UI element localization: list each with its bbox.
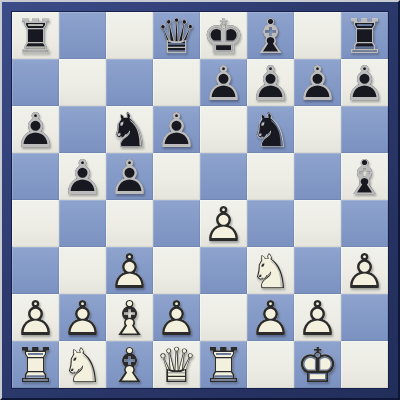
piece-white-queen-d1[interactable]: ♛♕ xyxy=(153,341,200,388)
white-knight-outline: ♘ xyxy=(247,247,294,294)
square-g8[interactable] xyxy=(294,12,341,59)
square-c1[interactable]: ♝♗ xyxy=(106,341,153,388)
square-e4[interactable]: ♟♙ xyxy=(200,200,247,247)
white-rook-outline: ♖ xyxy=(200,341,247,388)
square-a1[interactable]: ♜♖ xyxy=(12,341,59,388)
piece-black-pawn-g7[interactable]: ♟♙ xyxy=(294,59,341,106)
black-knight-outline: ♘ xyxy=(106,106,153,153)
piece-white-pawn-f2[interactable]: ♟♙ xyxy=(247,294,294,341)
white-bishop-outline: ♗ xyxy=(106,341,153,388)
square-e5[interactable] xyxy=(200,153,247,200)
square-a3[interactable] xyxy=(12,247,59,294)
black-pawn-outline: ♙ xyxy=(12,106,59,153)
black-pawn-outline: ♙ xyxy=(106,153,153,200)
square-a6[interactable]: ♟♙ xyxy=(12,106,59,153)
square-g4[interactable] xyxy=(294,200,341,247)
square-h3[interactable]: ♟♙ xyxy=(341,247,388,294)
black-pawn-outline: ♙ xyxy=(153,106,200,153)
square-f4[interactable] xyxy=(247,200,294,247)
piece-white-bishop-c1[interactable]: ♝♗ xyxy=(106,341,153,388)
white-knight-outline: ♘ xyxy=(59,341,106,388)
black-pawn-outline: ♙ xyxy=(341,59,388,106)
piece-black-knight-f6[interactable]: ♞♘ xyxy=(247,106,294,153)
square-e1[interactable]: ♜♖ xyxy=(200,341,247,388)
square-h5[interactable]: ♝♗ xyxy=(341,153,388,200)
black-knight-outline: ♘ xyxy=(247,106,294,153)
square-h7[interactable]: ♟♙ xyxy=(341,59,388,106)
square-b5[interactable]: ♟♙ xyxy=(59,153,106,200)
white-pawn-outline: ♙ xyxy=(153,294,200,341)
piece-black-pawn-h7[interactable]: ♟♙ xyxy=(341,59,388,106)
square-f1[interactable] xyxy=(247,341,294,388)
piece-black-pawn-e7[interactable]: ♟♙ xyxy=(200,59,247,106)
white-pawn-outline: ♙ xyxy=(341,247,388,294)
square-b7[interactable] xyxy=(59,59,106,106)
piece-white-king-g1[interactable]: ♚♔ xyxy=(294,341,341,388)
square-e3[interactable] xyxy=(200,247,247,294)
square-h8[interactable]: ♜♖ xyxy=(341,12,388,59)
square-a5[interactable] xyxy=(12,153,59,200)
white-king-outline: ♔ xyxy=(294,341,341,388)
square-a7[interactable] xyxy=(12,59,59,106)
square-g3[interactable] xyxy=(294,247,341,294)
square-d8[interactable]: ♛♕ xyxy=(153,12,200,59)
square-d5[interactable] xyxy=(153,153,200,200)
square-d2[interactable]: ♟♙ xyxy=(153,294,200,341)
square-b2[interactable]: ♟♙ xyxy=(59,294,106,341)
piece-black-rook-h8[interactable]: ♜♖ xyxy=(341,12,388,59)
piece-black-pawn-c5[interactable]: ♟♙ xyxy=(106,153,153,200)
square-h2[interactable] xyxy=(341,294,388,341)
square-f5[interactable] xyxy=(247,153,294,200)
square-e2[interactable] xyxy=(200,294,247,341)
square-e8[interactable]: ♚♔ xyxy=(200,12,247,59)
square-b1[interactable]: ♞♘ xyxy=(59,341,106,388)
piece-white-pawn-c3[interactable]: ♟♙ xyxy=(106,247,153,294)
piece-white-pawn-d2[interactable]: ♟♙ xyxy=(153,294,200,341)
chess-board: ♜♖♛♕♚♔♝♗♜♖♟♙♟♙♟♙♟♙♟♙♞♘♟♙♞♘♟♙♟♙♝♗♟♙♟♙♞♘♟♙… xyxy=(12,12,388,388)
black-king-outline: ♔ xyxy=(200,12,247,59)
black-bishop-outline: ♗ xyxy=(247,12,294,59)
white-pawn-outline: ♙ xyxy=(12,294,59,341)
square-g2[interactable]: ♟♙ xyxy=(294,294,341,341)
black-bishop-outline: ♗ xyxy=(341,153,388,200)
square-b4[interactable] xyxy=(59,200,106,247)
piece-black-knight-c6[interactable]: ♞♘ xyxy=(106,106,153,153)
white-pawn-outline: ♙ xyxy=(59,294,106,341)
square-d7[interactable] xyxy=(153,59,200,106)
square-d1[interactable]: ♛♕ xyxy=(153,341,200,388)
square-c7[interactable] xyxy=(106,59,153,106)
white-pawn-outline: ♙ xyxy=(106,247,153,294)
black-rook-outline: ♖ xyxy=(341,12,388,59)
piece-white-knight-f3[interactable]: ♞♘ xyxy=(247,247,294,294)
square-d4[interactable] xyxy=(153,200,200,247)
black-pawn-outline: ♙ xyxy=(59,153,106,200)
piece-black-pawn-f7[interactable]: ♟♙ xyxy=(247,59,294,106)
square-h4[interactable] xyxy=(341,200,388,247)
square-e7[interactable]: ♟♙ xyxy=(200,59,247,106)
piece-black-pawn-d6[interactable]: ♟♙ xyxy=(153,106,200,153)
black-rook-outline: ♖ xyxy=(12,12,59,59)
black-queen-outline: ♕ xyxy=(153,12,200,59)
piece-white-pawn-h3[interactable]: ♟♙ xyxy=(341,247,388,294)
piece-white-pawn-g2[interactable]: ♟♙ xyxy=(294,294,341,341)
square-g6[interactable] xyxy=(294,106,341,153)
piece-white-rook-e1[interactable]: ♜♖ xyxy=(200,341,247,388)
white-bishop-outline: ♗ xyxy=(106,294,153,341)
square-c5[interactable]: ♟♙ xyxy=(106,153,153,200)
square-b6[interactable] xyxy=(59,106,106,153)
piece-black-king-e8[interactable]: ♚♔ xyxy=(200,12,247,59)
piece-black-bishop-f8[interactable]: ♝♗ xyxy=(247,12,294,59)
square-g5[interactable] xyxy=(294,153,341,200)
black-pawn-outline: ♙ xyxy=(247,59,294,106)
square-f3[interactable]: ♞♘ xyxy=(247,247,294,294)
square-b8[interactable] xyxy=(59,12,106,59)
piece-white-pawn-b2[interactable]: ♟♙ xyxy=(59,294,106,341)
square-b3[interactable] xyxy=(59,247,106,294)
square-c4[interactable] xyxy=(106,200,153,247)
piece-black-queen-d8[interactable]: ♛♕ xyxy=(153,12,200,59)
square-f7[interactable]: ♟♙ xyxy=(247,59,294,106)
square-f6[interactable]: ♞♘ xyxy=(247,106,294,153)
square-g7[interactable]: ♟♙ xyxy=(294,59,341,106)
square-c2[interactable]: ♝♗ xyxy=(106,294,153,341)
square-e6[interactable] xyxy=(200,106,247,153)
white-rook-outline: ♖ xyxy=(12,341,59,388)
square-d3[interactable] xyxy=(153,247,200,294)
square-c3[interactable]: ♟♙ xyxy=(106,247,153,294)
piece-white-pawn-a2[interactable]: ♟♙ xyxy=(12,294,59,341)
piece-black-pawn-b5[interactable]: ♟♙ xyxy=(59,153,106,200)
square-f8[interactable]: ♝♗ xyxy=(247,12,294,59)
square-c8[interactable] xyxy=(106,12,153,59)
square-h6[interactable] xyxy=(341,106,388,153)
square-g1[interactable]: ♚♔ xyxy=(294,341,341,388)
board-frame: ♜♖♛♕♚♔♝♗♜♖♟♙♟♙♟♙♟♙♟♙♞♘♟♙♞♘♟♙♟♙♝♗♟♙♟♙♞♘♟♙… xyxy=(0,0,400,400)
white-pawn-outline: ♙ xyxy=(247,294,294,341)
piece-black-rook-a8[interactable]: ♜♖ xyxy=(12,12,59,59)
piece-white-pawn-e4[interactable]: ♟♙ xyxy=(200,200,247,247)
white-pawn-outline: ♙ xyxy=(294,294,341,341)
white-pawn-outline: ♙ xyxy=(200,200,247,247)
piece-white-bishop-c2[interactable]: ♝♗ xyxy=(106,294,153,341)
square-c6[interactable]: ♞♘ xyxy=(106,106,153,153)
piece-black-bishop-h5[interactable]: ♝♗ xyxy=(341,153,388,200)
square-a4[interactable] xyxy=(12,200,59,247)
black-pawn-outline: ♙ xyxy=(294,59,341,106)
white-queen-outline: ♕ xyxy=(153,341,200,388)
square-f2[interactable]: ♟♙ xyxy=(247,294,294,341)
square-a8[interactable]: ♜♖ xyxy=(12,12,59,59)
piece-white-knight-b1[interactable]: ♞♘ xyxy=(59,341,106,388)
square-a2[interactable]: ♟♙ xyxy=(12,294,59,341)
piece-black-pawn-a6[interactable]: ♟♙ xyxy=(12,106,59,153)
black-pawn-outline: ♙ xyxy=(200,59,247,106)
square-h1[interactable] xyxy=(341,341,388,388)
piece-white-rook-a1[interactable]: ♜♖ xyxy=(12,341,59,388)
square-d6[interactable]: ♟♙ xyxy=(153,106,200,153)
